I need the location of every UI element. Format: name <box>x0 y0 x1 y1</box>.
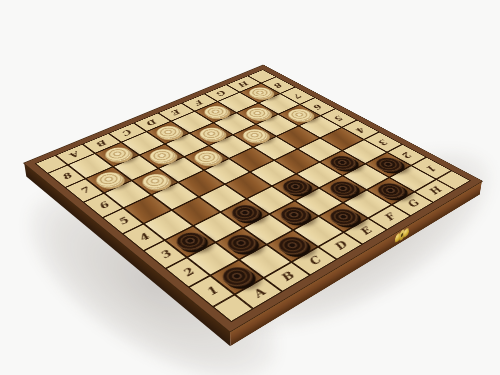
rank-label-3-text: 3 <box>156 248 174 260</box>
file-label-F-text: F <box>381 212 399 223</box>
file-label-far-C-text: C <box>120 128 135 137</box>
file-label-A-text: A <box>249 286 269 300</box>
file-label-far-G-text: G <box>214 89 229 97</box>
rank-label-right-5-text: 5 <box>331 114 346 122</box>
rank-label-6-text: 6 <box>95 200 111 210</box>
rank-label-7-text: 7 <box>76 186 92 196</box>
file-label-B-text: B <box>277 270 297 283</box>
rank-label-right-1-text: 1 <box>423 163 440 172</box>
rank-label-4-text: 4 <box>135 232 152 243</box>
rank-label-8-text: 8 <box>59 171 74 180</box>
rank-label-2-text: 2 <box>179 266 197 278</box>
file-label-far-F-text: F <box>192 99 206 106</box>
rank-label-right-4-text: 4 <box>353 126 368 134</box>
file-label-D-text: D <box>330 239 350 251</box>
file-label-far-E-text: E <box>169 108 184 116</box>
file-label-H-text: H <box>425 185 444 196</box>
file-label-G-text: G <box>403 198 422 209</box>
file-label-E-text: E <box>356 225 375 236</box>
rank-label-right-8-text: 8 <box>271 82 285 89</box>
photo-canvas: ABCDEFGH ABCDEFGH 87654321 87654321 <box>0 0 500 375</box>
rank-label-5-text: 5 <box>114 216 131 227</box>
rank-label-right-3-text: 3 <box>375 138 391 146</box>
file-label-far-B-text: B <box>94 139 110 148</box>
rank-label-right-2-text: 2 <box>399 150 415 159</box>
rank-label-right-6-text: 6 <box>311 103 326 110</box>
rank-label-right-7-text: 7 <box>291 92 305 99</box>
file-label-C-text: C <box>305 255 325 268</box>
rank-label-1-text: 1 <box>202 285 221 298</box>
file-label-far-D-text: D <box>144 118 160 127</box>
file-label-far-H-text: H <box>236 80 252 88</box>
file-label-far-A-text: A <box>67 150 83 159</box>
